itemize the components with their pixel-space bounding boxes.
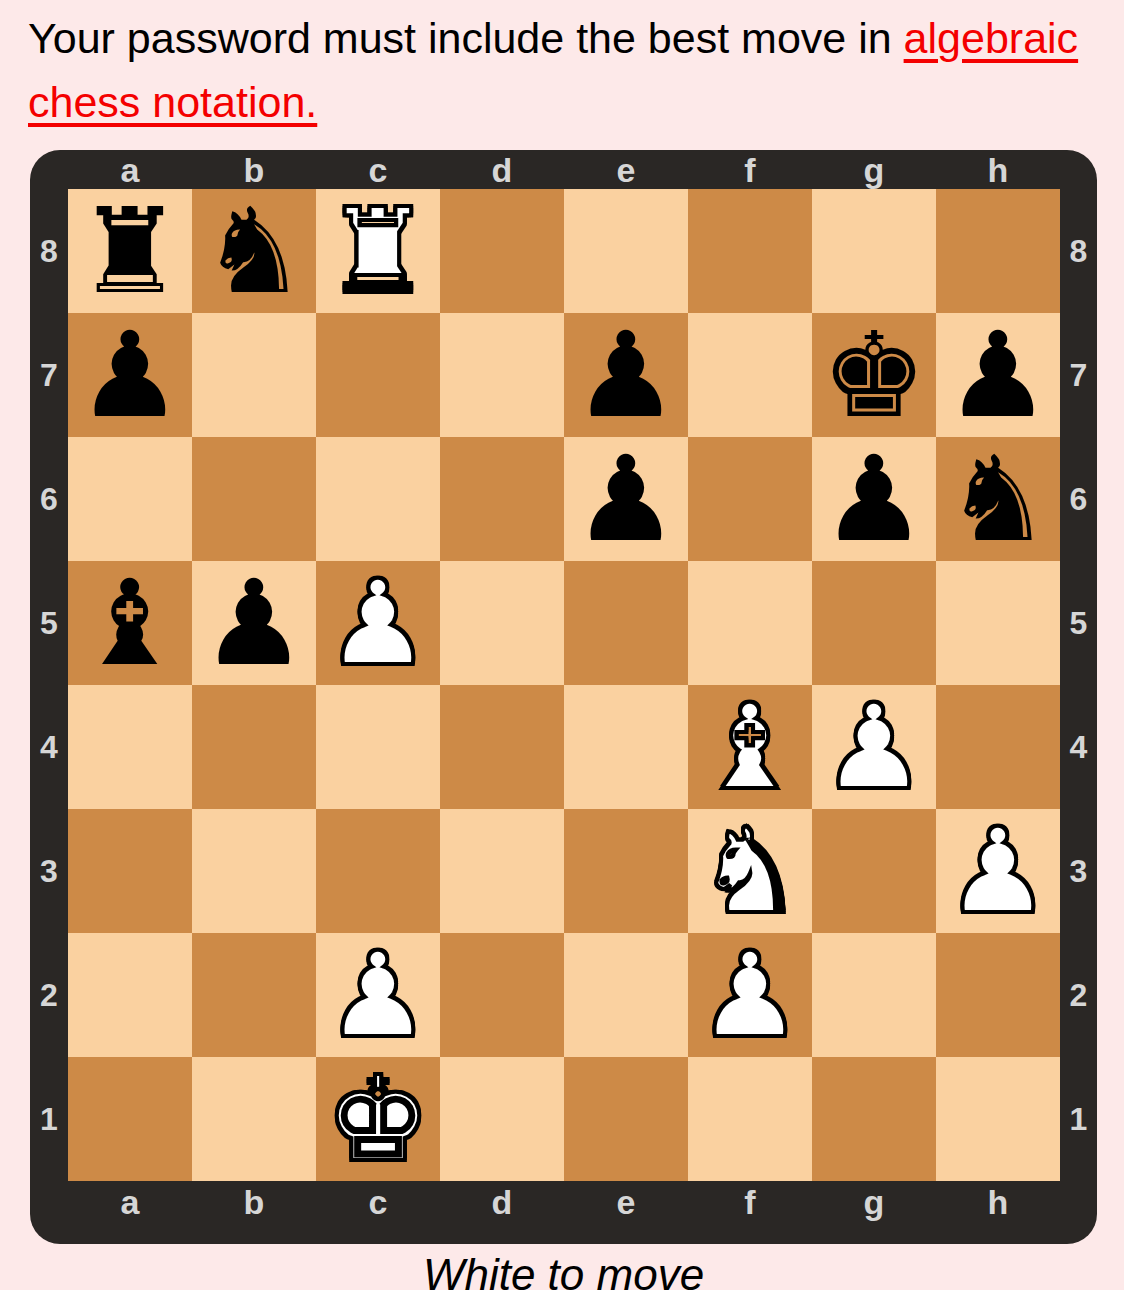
square-c1: ♚	[316, 1057, 440, 1181]
square-b5: ♟	[192, 561, 316, 685]
black-pawn: ♟	[201, 564, 307, 682]
square-c7	[316, 313, 440, 437]
square-e7: ♟	[564, 313, 688, 437]
square-h6: ♞	[936, 437, 1060, 561]
square-g7: ♚	[812, 313, 936, 437]
square-b8: ♞	[192, 189, 316, 313]
square-a5: ♝	[68, 561, 192, 685]
square-c2: ♟	[316, 933, 440, 1057]
square-g3	[812, 809, 936, 933]
black-knight: ♞	[201, 192, 307, 310]
file-label-c: c	[316, 1185, 440, 1219]
file-label-g: g	[812, 153, 936, 187]
white-knight: ♞	[697, 812, 803, 930]
square-h4	[936, 685, 1060, 809]
white-bishop: ♝	[697, 688, 803, 806]
rank-label-5: 5	[40, 607, 58, 639]
side-to-move-caption: White to move	[30, 1250, 1097, 1290]
rank-label-8: 8	[1070, 235, 1088, 267]
black-rook: ♜	[77, 192, 183, 310]
square-a1	[68, 1057, 192, 1181]
square-f2: ♟	[688, 933, 812, 1057]
square-e4	[564, 685, 688, 809]
file-label-d: d	[440, 153, 564, 187]
rank-labels-right: 87654321	[1060, 189, 1097, 1181]
square-d6	[440, 437, 564, 561]
square-h7: ♟	[936, 313, 1060, 437]
rank-label-1: 1	[40, 1103, 58, 1135]
square-e1	[564, 1057, 688, 1181]
file-label-g: g	[812, 1185, 936, 1219]
file-labels-bottom: abcdefgh	[30, 1181, 1097, 1244]
square-c5: ♟	[316, 561, 440, 685]
square-c4	[316, 685, 440, 809]
square-b3	[192, 809, 316, 933]
rank-label-7: 7	[1070, 359, 1088, 391]
square-d7	[440, 313, 564, 437]
square-e5	[564, 561, 688, 685]
rank-label-4: 4	[1070, 731, 1088, 763]
square-g8	[812, 189, 936, 313]
square-f6	[688, 437, 812, 561]
white-rook: ♜	[325, 192, 431, 310]
file-label-f: f	[688, 1185, 812, 1219]
square-e8	[564, 189, 688, 313]
square-h3: ♟	[936, 809, 1060, 933]
square-a3	[68, 809, 192, 933]
square-g2	[812, 933, 936, 1057]
chess-board: abcdefgh 87654321 ♜♞♜♟♟♚♟♟♟♞♝♟♟♝♟♞♟♟♟♚ 8…	[30, 150, 1097, 1244]
square-g1	[812, 1057, 936, 1181]
white-pawn: ♟	[697, 936, 803, 1054]
file-label-a: a	[68, 1185, 192, 1219]
square-d3	[440, 809, 564, 933]
file-label-b: b	[192, 1185, 316, 1219]
board-squares: ♜♞♜♟♟♚♟♟♟♞♝♟♟♝♟♞♟♟♟♚	[68, 189, 1060, 1181]
rank-label-2: 2	[40, 979, 58, 1011]
black-pawn: ♟	[77, 316, 183, 434]
white-pawn: ♟	[821, 688, 927, 806]
rank-label-3: 3	[1070, 855, 1088, 887]
rank-label-3: 3	[40, 855, 58, 887]
rule-text: Your password must include the best move…	[28, 6, 1108, 134]
rank-label-1: 1	[1070, 1103, 1088, 1135]
white-pawn: ♟	[325, 564, 431, 682]
square-g4: ♟	[812, 685, 936, 809]
rank-label-2: 2	[1070, 979, 1088, 1011]
square-h5	[936, 561, 1060, 685]
rank-label-4: 4	[40, 731, 58, 763]
square-a2	[68, 933, 192, 1057]
square-h8	[936, 189, 1060, 313]
square-b6	[192, 437, 316, 561]
black-king: ♚	[821, 316, 927, 434]
file-label-e: e	[564, 1185, 688, 1219]
file-label-e: e	[564, 153, 688, 187]
square-d2	[440, 933, 564, 1057]
square-d5	[440, 561, 564, 685]
black-pawn: ♟	[821, 440, 927, 558]
square-e3	[564, 809, 688, 933]
square-b4	[192, 685, 316, 809]
square-g5	[812, 561, 936, 685]
square-f1	[688, 1057, 812, 1181]
rank-label-6: 6	[40, 483, 58, 515]
rank-label-7: 7	[40, 359, 58, 391]
black-pawn: ♟	[945, 316, 1051, 434]
square-h1	[936, 1057, 1060, 1181]
black-pawn: ♟	[573, 316, 679, 434]
rule-text-before: Your password must include the best move…	[28, 14, 904, 62]
square-f3: ♞	[688, 809, 812, 933]
square-c6	[316, 437, 440, 561]
black-knight: ♞	[945, 440, 1051, 558]
square-f8	[688, 189, 812, 313]
square-f4: ♝	[688, 685, 812, 809]
square-h2	[936, 933, 1060, 1057]
square-a6	[68, 437, 192, 561]
rank-label-5: 5	[1070, 607, 1088, 639]
square-c8: ♜	[316, 189, 440, 313]
square-f5	[688, 561, 812, 685]
square-g6: ♟	[812, 437, 936, 561]
file-labels-top: abcdefgh	[30, 150, 1097, 189]
black-pawn: ♟	[573, 440, 679, 558]
square-e2	[564, 933, 688, 1057]
link-line1: algebraic	[904, 14, 1079, 62]
square-d4	[440, 685, 564, 809]
square-a7: ♟	[68, 313, 192, 437]
square-d8	[440, 189, 564, 313]
rank-label-8: 8	[40, 235, 58, 267]
square-b2	[192, 933, 316, 1057]
square-b1	[192, 1057, 316, 1181]
square-d1	[440, 1057, 564, 1181]
square-f7	[688, 313, 812, 437]
white-pawn: ♟	[325, 936, 431, 1054]
square-a4	[68, 685, 192, 809]
file-label-d: d	[440, 1185, 564, 1219]
white-king: ♚	[325, 1060, 431, 1178]
square-e6: ♟	[564, 437, 688, 561]
file-label-h: h	[936, 153, 1060, 187]
file-label-f: f	[688, 153, 812, 187]
square-a8: ♜	[68, 189, 192, 313]
white-pawn: ♟	[945, 812, 1051, 930]
square-b7	[192, 313, 316, 437]
black-bishop: ♝	[77, 564, 183, 682]
file-label-h: h	[936, 1185, 1060, 1219]
square-c3	[316, 809, 440, 933]
rank-labels-left: 87654321	[30, 189, 68, 1181]
rank-label-6: 6	[1070, 483, 1088, 515]
link-line2: chess notation.	[28, 78, 317, 126]
